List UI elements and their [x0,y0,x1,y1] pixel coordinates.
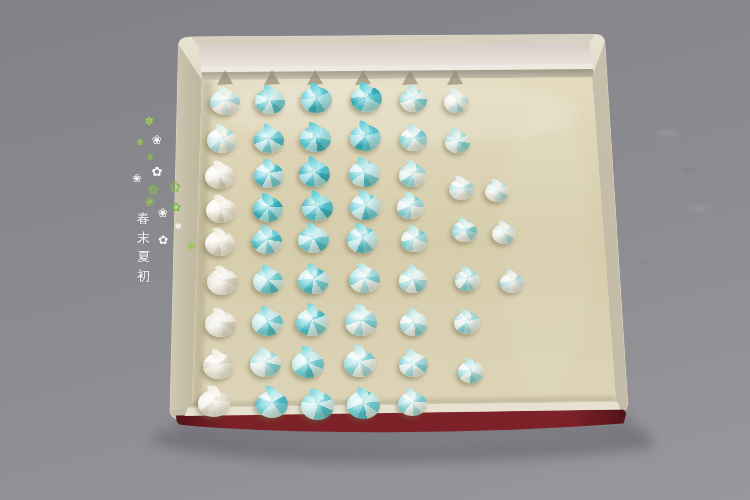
meringue [398,392,427,416]
meringue [347,391,380,419]
meringue [400,89,427,112]
flower-icon: ✽ [144,116,153,127]
flower-icon: ✿ [169,180,182,195]
watermark-char: 末 [136,228,151,247]
meringue [351,86,382,112]
meringue [444,92,469,113]
meringue [198,390,230,417]
meringue [254,163,284,188]
meringue [298,268,329,294]
photo-scene: ✽❀❀✽✿❀❁✿❀✿❀✽✿❀ 春 末 夏 初 [0,0,750,500]
meringue [344,350,376,377]
meringue [349,161,380,187]
flower-icon: ✿ [152,165,163,178]
meringue [256,391,288,418]
meringue [252,229,282,254]
meringue [296,309,328,336]
watermark: ✽❀❀✽✿❀❁✿❀✿❀✽✿❀ 春 末 夏 初 [0,0,750,500]
flower-icon: ✿ [158,234,168,246]
meringue [203,353,234,379]
meringue [400,312,428,336]
meringue [347,227,378,253]
meringue [458,361,484,383]
meringue [206,198,236,223]
watermark-char: 夏 [136,247,151,266]
meringue [207,269,238,295]
watermark-char: 初 [136,266,151,285]
meringue [302,195,333,221]
meringue [210,90,240,115]
meringue [255,89,285,114]
meringue [301,392,334,420]
meringue [299,161,330,187]
meringue [205,231,235,256]
meringue [205,311,236,337]
meringue [205,164,235,189]
meringue [207,128,237,153]
meringue [292,351,324,378]
meringue [397,196,424,219]
meringue [492,224,516,244]
meringue [301,87,332,113]
meringue [300,126,331,152]
flower-icon: ✽ [175,223,182,231]
meringue [399,269,427,293]
flower-icon: ❀ [145,196,155,208]
flower-icon: ✿ [171,201,181,213]
meringue [250,351,281,377]
meringue [452,221,477,242]
watermark-char: 春 [136,209,151,228]
watermark-text: 春 末 夏 初 [136,209,151,285]
meringue [350,125,381,151]
meringue [399,353,428,377]
meringue [485,182,509,202]
meringue [253,197,283,222]
meringue [253,269,283,294]
flower-icon: ✽ [147,154,154,162]
meringue [449,179,474,200]
meringue [252,310,283,336]
meringue [455,270,480,291]
meringue [400,128,427,151]
flower-icon: ❀ [152,134,162,146]
meringue [454,312,480,334]
flower-icon: ❀ [158,207,168,219]
meringue [254,128,284,153]
meringue [401,229,428,252]
flower-icon: ❀ [136,138,144,147]
meringue [350,194,381,220]
meringue [500,273,524,293]
meringue [445,132,470,153]
meringue [345,309,377,336]
meringue [298,227,329,253]
meringue [399,164,426,187]
flower-icon: ❀ [132,173,141,184]
meringue [349,267,380,293]
flower-icon: ❀ [186,240,196,252]
